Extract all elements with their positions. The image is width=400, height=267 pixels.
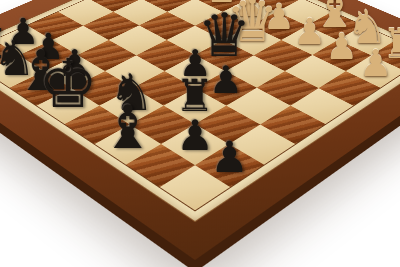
chess-board <box>0 0 400 260</box>
board-border-strip <box>0 0 400 222</box>
board-squares-grid <box>0 0 400 211</box>
chess-product-photo: ♝♚♝♞♜♟♟♞♟♟♟♜♟♟♛♛♟♟♟♟♟♟♟♟♜♞♝♚♝♞♜ <box>0 0 400 267</box>
